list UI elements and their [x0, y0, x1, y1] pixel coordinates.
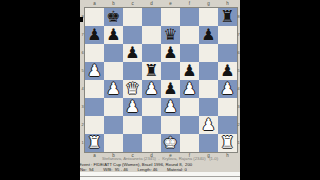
piece-black-R-h8[interactable]: ♜: [220, 8, 234, 26]
square-h8[interactable]: ♜: [218, 8, 237, 26]
piece-white-R-h1[interactable]: ♜: [220, 134, 234, 152]
screen: abcdefgh 87654321 ♚♜♟♟♛♟♟♟♟♜♟♟♟♛♟♟♟♟♟♟♟♜…: [0, 0, 320, 180]
square-e2[interactable]: [161, 116, 180, 134]
file-label-d: d: [142, 0, 161, 6]
piece-white-P-a5[interactable]: ♟: [87, 62, 101, 80]
square-b7[interactable]: ♟: [104, 26, 123, 44]
square-f7[interactable]: [180, 26, 199, 44]
square-a5[interactable]: ♟: [85, 62, 104, 80]
square-a6[interactable]: [85, 44, 104, 62]
piece-black-K-b8[interactable]: ♚: [106, 8, 120, 26]
square-a7[interactable]: ♟: [85, 26, 104, 44]
piece-white-P-h4[interactable]: ♟: [220, 80, 234, 98]
square-d8[interactable]: [142, 8, 161, 26]
square-b3[interactable]: [104, 98, 123, 116]
rank-label-5: 5: [237, 62, 240, 80]
square-b8[interactable]: ♚: [104, 8, 123, 26]
edge-marker: [80, 17, 83, 22]
piece-white-P-g2[interactable]: ♟: [201, 116, 215, 134]
square-d1[interactable]: [142, 134, 161, 152]
square-f1[interactable]: [180, 134, 199, 152]
square-b4[interactable]: ♟: [104, 80, 123, 98]
square-d5[interactable]: ♜: [142, 62, 161, 80]
piece-white-P-b4[interactable]: ♟: [106, 80, 120, 98]
file-labels-top: abcdefgh: [85, 0, 237, 6]
piece-black-P-c6[interactable]: ♟: [125, 44, 139, 62]
square-f4[interactable]: ♟: [180, 80, 199, 98]
square-h7[interactable]: [218, 26, 237, 44]
square-b6[interactable]: [104, 44, 123, 62]
piece-white-P-d4[interactable]: ♟: [144, 80, 158, 98]
square-c4[interactable]: ♛: [123, 80, 142, 98]
square-c8[interactable]: [123, 8, 142, 26]
square-f6[interactable]: [180, 44, 199, 62]
square-g7[interactable]: ♟: [199, 26, 218, 44]
square-g5[interactable]: [199, 62, 218, 80]
pillarbox-left: [0, 0, 80, 180]
rank-label-7: 7: [237, 26, 240, 44]
file-label-h: h: [218, 0, 237, 6]
square-b5[interactable]: [104, 62, 123, 80]
piece-black-P-g7[interactable]: ♟: [201, 26, 215, 44]
chess-panel: abcdefgh 87654321 ♚♜♟♟♛♟♟♟♟♜♟♟♟♛♟♟♟♟♟♟♟♜…: [80, 0, 240, 180]
square-h5[interactable]: ♟: [218, 62, 237, 80]
file-label-g: g: [199, 0, 218, 6]
square-e6[interactable]: ♟: [161, 44, 180, 62]
square-g8[interactable]: [199, 8, 218, 26]
square-e7[interactable]: ♛: [161, 26, 180, 44]
square-g2[interactable]: ♟: [199, 116, 218, 134]
square-f5[interactable]: ♟: [180, 62, 199, 80]
footer-strip: [80, 172, 240, 180]
square-b2[interactable]: [104, 116, 123, 134]
file-label-a: a: [85, 0, 104, 6]
piece-black-Q-e7[interactable]: ♛: [163, 26, 177, 44]
piece-black-P-b7[interactable]: ♟: [106, 26, 120, 44]
square-g1[interactable]: [199, 134, 218, 152]
square-e5[interactable]: [161, 62, 180, 80]
rank-label-4: 4: [237, 80, 240, 98]
file-label-c: c: [123, 0, 142, 6]
piece-white-Q-c4[interactable]: ♛: [125, 80, 139, 98]
pillarbox-right: [240, 0, 320, 180]
piece-black-P-e4[interactable]: ♟: [163, 80, 177, 98]
square-c2[interactable]: [123, 116, 142, 134]
square-d4[interactable]: ♟: [142, 80, 161, 98]
square-c1[interactable]: [123, 134, 142, 152]
square-h2[interactable]: [218, 116, 237, 134]
square-c6[interactable]: ♟: [123, 44, 142, 62]
square-g3[interactable]: [199, 98, 218, 116]
piece-black-P-f5[interactable]: ♟: [182, 62, 196, 80]
piece-white-P-f4[interactable]: ♟: [182, 80, 196, 98]
file-label-e: e: [161, 0, 180, 6]
square-e4[interactable]: ♟: [161, 80, 180, 98]
square-a3[interactable]: [85, 98, 104, 116]
rank-label-2: 2: [237, 116, 240, 134]
square-f3[interactable]: [180, 98, 199, 116]
square-b1[interactable]: [104, 134, 123, 152]
square-d2[interactable]: [142, 116, 161, 134]
square-e3[interactable]: ♟: [161, 98, 180, 116]
square-a8[interactable]: [85, 8, 104, 26]
rank-labels-right: 87654321: [237, 8, 240, 152]
piece-black-P-h5[interactable]: ♟: [220, 62, 234, 80]
square-c3[interactable]: ♟: [123, 98, 142, 116]
rank-label-1: 1: [237, 134, 240, 152]
square-g6[interactable]: [199, 44, 218, 62]
square-e1[interactable]: ♚: [161, 134, 180, 152]
square-h1[interactable]: ♜: [218, 134, 237, 152]
piece-black-P-e6[interactable]: ♟: [163, 44, 177, 62]
square-a2[interactable]: [85, 116, 104, 134]
rank-label-8: 8: [237, 8, 240, 26]
square-a4[interactable]: [85, 80, 104, 98]
file-label-f: f: [180, 0, 199, 6]
square-g4[interactable]: [199, 80, 218, 98]
piece-white-K-e1[interactable]: ♚: [163, 134, 177, 152]
file-label-b: b: [104, 0, 123, 6]
square-f8[interactable]: [180, 8, 199, 26]
piece-white-P-e3[interactable]: ♟: [163, 98, 177, 116]
square-c5[interactable]: [123, 62, 142, 80]
square-e8[interactable]: [161, 8, 180, 26]
square-d6[interactable]: [142, 44, 161, 62]
square-f2[interactable]: [180, 116, 199, 134]
square-d3[interactable]: [142, 98, 161, 116]
piece-black-R-d5[interactable]: ♜: [144, 62, 158, 80]
footer-divider: [80, 176, 240, 177]
piece-white-P-c3[interactable]: ♟: [125, 98, 139, 116]
square-d7[interactable]: [142, 26, 161, 44]
square-a1[interactable]: ♜: [85, 134, 104, 152]
square-c7[interactable]: [123, 26, 142, 44]
players-caption: Stefanova, Antoaneta (2345) - Krylova, R…: [80, 156, 240, 161]
rank-label-3: 3: [237, 98, 240, 116]
square-h4[interactable]: ♟: [218, 80, 237, 98]
board[interactable]: ♚♜♟♟♛♟♟♟♟♜♟♟♟♛♟♟♟♟♟♟♟♜♚♜: [85, 8, 237, 152]
square-h6[interactable]: [218, 44, 237, 62]
piece-white-R-a1[interactable]: ♜: [87, 134, 101, 152]
rank-label-6: 6: [237, 44, 240, 62]
square-h3[interactable]: [218, 98, 237, 116]
piece-black-P-a7[interactable]: ♟: [87, 26, 101, 44]
